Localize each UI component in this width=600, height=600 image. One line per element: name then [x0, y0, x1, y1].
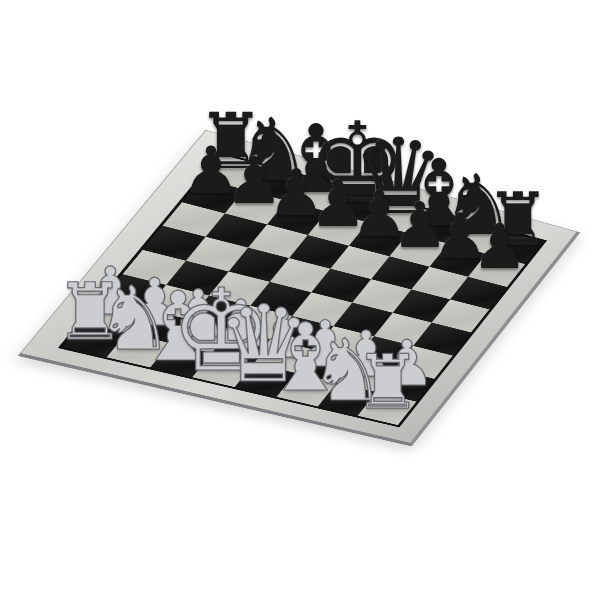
piece-silver-rook-h1: ♜	[354, 346, 421, 421]
product-photo-stage: ♜♞♝♚♛♝♞♜♟♟♟♟♟♟♟♟♟♟♟♟♟♟♟♟♜♞♝♚♛♝♞♜	[0, 0, 600, 600]
piece-black-pawn-h7: ♟	[472, 216, 528, 278]
pieces-layer: ♜♞♝♚♛♝♞♜♟♟♟♟♟♟♟♟♟♟♟♟♟♟♟♟♜♞♝♚♛♝♞♜	[0, 0, 600, 600]
